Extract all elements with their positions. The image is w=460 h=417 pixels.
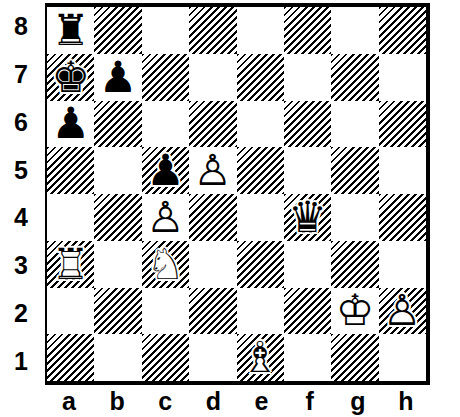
- square-g1[interactable]: [331, 334, 378, 381]
- rank-label-3: 3: [0, 242, 42, 290]
- square-h2[interactable]: ♟♙: [379, 288, 426, 335]
- square-a4[interactable]: [47, 194, 94, 241]
- square-f8[interactable]: [284, 7, 331, 54]
- square-f5[interactable]: [284, 147, 331, 194]
- piece-glyph: ♖: [47, 241, 94, 288]
- piece-glyph: ♟: [47, 101, 94, 148]
- square-a3[interactable]: ♜♖: [47, 241, 94, 288]
- square-d5[interactable]: ♟♙: [189, 147, 236, 194]
- file-label-a: a: [45, 385, 93, 417]
- rank-labels: 87654321: [0, 3, 42, 385]
- square-f3[interactable]: [284, 241, 331, 288]
- square-e3[interactable]: [237, 241, 284, 288]
- square-g2[interactable]: ♚♔: [331, 288, 378, 335]
- square-h1[interactable]: [379, 334, 426, 381]
- square-h3[interactable]: [379, 241, 426, 288]
- white-knight[interactable]: ♞♘: [142, 241, 189, 288]
- file-label-f: f: [286, 385, 334, 417]
- square-b2[interactable]: [94, 288, 141, 335]
- square-c5[interactable]: ♟♟: [142, 147, 189, 194]
- piece-glyph: ♙: [379, 288, 426, 335]
- file-labels: abcdefgh: [45, 385, 430, 417]
- rank-label-7: 7: [0, 51, 42, 99]
- square-c2[interactable]: [142, 288, 189, 335]
- piece-glyph: ♔: [331, 288, 378, 335]
- square-g6[interactable]: [331, 101, 378, 148]
- piece-glyph: ♜: [47, 7, 94, 54]
- black-pawn[interactable]: ♟♟: [47, 101, 94, 148]
- rank-label-6: 6: [0, 99, 42, 147]
- square-d3[interactable]: [189, 241, 236, 288]
- square-h4[interactable]: [379, 194, 426, 241]
- square-g5[interactable]: [331, 147, 378, 194]
- square-d7[interactable]: [189, 54, 236, 101]
- square-a8[interactable]: ♜♜: [47, 7, 94, 54]
- white-bishop[interactable]: ♝♗: [237, 334, 284, 381]
- black-pawn[interactable]: ♟♟: [142, 147, 189, 194]
- square-d8[interactable]: [189, 7, 236, 54]
- file-label-d: d: [189, 385, 237, 417]
- rank-label-8: 8: [0, 3, 42, 51]
- square-c6[interactable]: [142, 101, 189, 148]
- white-rook[interactable]: ♜♖: [47, 241, 94, 288]
- square-e4[interactable]: [237, 194, 284, 241]
- white-king[interactable]: ♚♔: [331, 288, 378, 335]
- piece-glyph: ♚: [47, 54, 94, 101]
- black-pawn[interactable]: ♟♟: [94, 54, 141, 101]
- file-label-h: h: [382, 385, 430, 417]
- square-b3[interactable]: [94, 241, 141, 288]
- file-label-e: e: [238, 385, 286, 417]
- file-label-g: g: [334, 385, 382, 417]
- square-g7[interactable]: [331, 54, 378, 101]
- square-f6[interactable]: [284, 101, 331, 148]
- square-b8[interactable]: [94, 7, 141, 54]
- square-d4[interactable]: [189, 194, 236, 241]
- square-e6[interactable]: [237, 101, 284, 148]
- square-e1[interactable]: ♝♗: [237, 334, 284, 381]
- piece-glyph: ♙: [142, 194, 189, 241]
- square-e8[interactable]: [237, 7, 284, 54]
- square-c7[interactable]: [142, 54, 189, 101]
- white-pawn[interactable]: ♟♙: [142, 194, 189, 241]
- file-label-b: b: [93, 385, 141, 417]
- square-f7[interactable]: [284, 54, 331, 101]
- square-g8[interactable]: [331, 7, 378, 54]
- square-d1[interactable]: [189, 334, 236, 381]
- square-h6[interactable]: [379, 101, 426, 148]
- square-c4[interactable]: ♟♙: [142, 194, 189, 241]
- square-d6[interactable]: [189, 101, 236, 148]
- rank-label-5: 5: [0, 146, 42, 194]
- square-a6[interactable]: ♟♟: [47, 101, 94, 148]
- square-b4[interactable]: [94, 194, 141, 241]
- chess-diagram: 87654321 ♜♜♚♚♟♟♟♟♟♟♟♙♟♙♛♛♜♖♞♘♚♔♟♙♝♗ abcd…: [0, 0, 460, 417]
- piece-glyph: ♟: [142, 147, 189, 194]
- square-d2[interactable]: [189, 288, 236, 335]
- square-f4[interactable]: ♛♛: [284, 194, 331, 241]
- square-f1[interactable]: [284, 334, 331, 381]
- white-pawn[interactable]: ♟♙: [379, 288, 426, 335]
- black-rook[interactable]: ♜♜: [47, 7, 94, 54]
- square-h8[interactable]: [379, 7, 426, 54]
- square-a7[interactable]: ♚♚: [47, 54, 94, 101]
- square-a2[interactable]: [47, 288, 94, 335]
- square-e7[interactable]: [237, 54, 284, 101]
- square-e2[interactable]: [237, 288, 284, 335]
- file-label-c: c: [141, 385, 189, 417]
- piece-glyph: ♙: [189, 147, 236, 194]
- square-a1[interactable]: [47, 334, 94, 381]
- piece-glyph: ♛: [284, 194, 331, 241]
- piece-glyph: ♘: [142, 241, 189, 288]
- square-h5[interactable]: [379, 147, 426, 194]
- piece-glyph: ♟: [94, 54, 141, 101]
- square-c3[interactable]: ♞♘: [142, 241, 189, 288]
- square-f2[interactable]: [284, 288, 331, 335]
- square-b1[interactable]: [94, 334, 141, 381]
- rank-label-2: 2: [0, 290, 42, 338]
- square-b5[interactable]: [94, 147, 141, 194]
- square-a5[interactable]: [47, 147, 94, 194]
- piece-glyph: ♗: [237, 334, 284, 381]
- square-c8[interactable]: [142, 7, 189, 54]
- chess-board: ♜♜♚♚♟♟♟♟♟♟♟♙♟♙♛♛♜♖♞♘♚♔♟♙♝♗: [45, 3, 430, 385]
- square-b6[interactable]: [94, 101, 141, 148]
- square-g3[interactable]: [331, 241, 378, 288]
- square-h7[interactable]: [379, 54, 426, 101]
- black-queen[interactable]: ♛♛: [284, 194, 331, 241]
- square-c1[interactable]: [142, 334, 189, 381]
- square-e5[interactable]: [237, 147, 284, 194]
- square-b7[interactable]: ♟♟: [94, 54, 141, 101]
- rank-label-4: 4: [0, 194, 42, 242]
- black-king[interactable]: ♚♚: [47, 54, 94, 101]
- rank-label-1: 1: [0, 337, 42, 385]
- white-pawn[interactable]: ♟♙: [189, 147, 236, 194]
- square-g4[interactable]: [331, 194, 378, 241]
